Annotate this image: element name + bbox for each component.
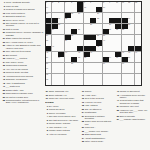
grid-cell[interactable]: 13 bbox=[135, 2, 141, 7]
grid-cell[interactable] bbox=[65, 63, 71, 68]
grid-cell[interactable] bbox=[96, 29, 102, 34]
clue-number: 28 bbox=[81, 120, 85, 125]
cell-number: 39 bbox=[65, 40, 67, 42]
grid-cell[interactable]: 52 bbox=[77, 57, 83, 62]
grid-cell[interactable] bbox=[122, 40, 128, 45]
grid-cell[interactable]: 54 bbox=[109, 57, 115, 62]
clue-item: 9Medium of bossa nova albums bbox=[2, 8, 44, 10]
grid-cell[interactable]: 62 bbox=[46, 74, 52, 79]
clue-number: 57 bbox=[116, 118, 120, 120]
grid-cell[interactable] bbox=[71, 52, 77, 57]
grid-cell[interactable] bbox=[90, 57, 96, 62]
clue-text: ROX where, briefly bbox=[5, 60, 44, 62]
clue-text: Org. for attorneys bbox=[84, 107, 114, 109]
grid-cell[interactable]: 60 bbox=[122, 63, 128, 68]
clue-text: ___ grata cella bbox=[5, 85, 44, 87]
grid-cell[interactable]: 9 bbox=[109, 2, 115, 7]
grid-cell[interactable] bbox=[135, 7, 141, 12]
clue-text: Some naturals, e.g. bbox=[49, 93, 79, 95]
grid-cell[interactable] bbox=[96, 68, 102, 73]
grid-cell[interactable]: 63 bbox=[46, 79, 52, 84]
grid-cell[interactable]: 35 bbox=[71, 35, 77, 40]
clue-text: One who loves comedy here bbox=[49, 115, 79, 117]
clue-number: 32 bbox=[2, 57, 6, 59]
cell-number: 17 bbox=[46, 13, 48, 15]
clue-text: Stars swing most bbox=[84, 133, 114, 135]
grid-cell[interactable]: 5 bbox=[71, 2, 77, 7]
grid-cell[interactable] bbox=[115, 79, 121, 84]
grid-cell[interactable] bbox=[90, 13, 96, 18]
cell-number: 23 bbox=[97, 18, 99, 20]
grid-cell[interactable]: 32 bbox=[115, 29, 121, 34]
clue-item: 34Adjust unsatisfactorily bbox=[81, 137, 115, 139]
clue-item: 32___-known (very sparse) bbox=[81, 130, 115, 132]
grid-cell[interactable] bbox=[109, 68, 115, 73]
grid-cell[interactable] bbox=[103, 18, 109, 23]
grid-cell[interactable] bbox=[122, 68, 128, 73]
cell-number: 50 bbox=[46, 57, 48, 59]
grid-cell[interactable] bbox=[90, 68, 96, 73]
grid-cell[interactable] bbox=[77, 63, 83, 68]
grid-cell[interactable] bbox=[103, 79, 109, 84]
grid-cell[interactable]: 38 bbox=[46, 40, 52, 45]
clue-item: 49___ grata cella bbox=[2, 85, 44, 87]
cell-number: 12 bbox=[128, 2, 130, 4]
cell-number: 25 bbox=[58, 24, 60, 26]
grid-cell[interactable] bbox=[135, 35, 141, 40]
grid-cell[interactable]: 18 bbox=[71, 13, 77, 18]
clue-number: 10 bbox=[81, 90, 85, 92]
grid-cell[interactable] bbox=[135, 24, 141, 29]
grid-cell[interactable] bbox=[96, 2, 102, 7]
clue-item: 9Actor of Hollywood bbox=[45, 132, 79, 134]
grid-cell[interactable] bbox=[58, 63, 64, 68]
grid-cell[interactable] bbox=[84, 24, 90, 29]
grid-cell[interactable] bbox=[65, 24, 71, 29]
clue-number: 9 bbox=[2, 8, 6, 10]
grid-cell[interactable] bbox=[90, 63, 96, 68]
grid-cell[interactable]: 1 bbox=[46, 2, 52, 7]
grid-cell[interactable]: 22 bbox=[65, 18, 71, 23]
clue-number: 42 bbox=[2, 71, 6, 73]
clue-text: One that beloved-or-I the figure bbox=[49, 118, 79, 120]
grid-cell[interactable] bbox=[58, 68, 64, 73]
black-cell bbox=[52, 24, 58, 29]
grid-cell[interactable]: 58 bbox=[71, 63, 77, 68]
cell-number: 13 bbox=[135, 2, 137, 4]
clue-text: Burl doesn't bbox=[5, 53, 44, 55]
grid-cell[interactable] bbox=[109, 35, 115, 40]
grid-cell[interactable]: 11 bbox=[122, 2, 128, 7]
grid-cell[interactable] bbox=[109, 63, 115, 68]
clue-text: Rhinelander's pancake order bbox=[5, 92, 44, 94]
cell-number: 53 bbox=[84, 57, 86, 59]
grid-cell[interactable]: 12 bbox=[128, 2, 134, 7]
grid-cell[interactable] bbox=[103, 74, 109, 79]
grid-cell[interactable] bbox=[135, 57, 141, 62]
grid-cell[interactable] bbox=[58, 29, 64, 34]
cell-number: 52 bbox=[78, 57, 80, 59]
clue-item: 61These say "open but close" bbox=[45, 97, 79, 99]
grid-cell[interactable] bbox=[128, 40, 134, 45]
grid-cell[interactable] bbox=[77, 24, 83, 29]
grid-cell[interactable] bbox=[52, 68, 58, 73]
grid-cell[interactable] bbox=[71, 24, 77, 29]
clue-number: 15 bbox=[2, 18, 6, 20]
grid-cell[interactable] bbox=[71, 74, 77, 79]
clue-text: One musical comedy of 1960 set in German… bbox=[5, 22, 44, 27]
grid-cell[interactable] bbox=[52, 35, 58, 40]
clue-item: 5One that beloved-or-I the figure bbox=[45, 118, 79, 120]
grid-cell[interactable] bbox=[52, 63, 58, 68]
clue-text: "Accounting Clerk" director namely bbox=[119, 93, 149, 98]
grid-cell[interactable] bbox=[58, 46, 64, 51]
grid-cell[interactable]: 21 bbox=[58, 18, 64, 23]
clue-item: 12Over to the heavens bbox=[81, 97, 115, 99]
clue-number: 48 bbox=[2, 81, 6, 83]
grid-cell[interactable]: 55 bbox=[115, 57, 121, 62]
grid-cell[interactable] bbox=[128, 29, 134, 34]
grid-cell[interactable] bbox=[77, 79, 83, 84]
cell-number: 59 bbox=[103, 63, 105, 65]
cell-number: 57 bbox=[46, 63, 48, 65]
grid-cell[interactable]: 19 bbox=[77, 13, 83, 18]
grid-cell[interactable] bbox=[71, 68, 77, 73]
grid-cell[interactable] bbox=[65, 29, 71, 34]
grid-cell[interactable] bbox=[65, 79, 71, 84]
black-cell bbox=[46, 24, 52, 29]
grid-cell[interactable] bbox=[90, 79, 96, 84]
grid-cell[interactable]: 23 bbox=[96, 18, 102, 23]
clue-number: 35 bbox=[2, 64, 6, 66]
grid-cell[interactable] bbox=[58, 35, 64, 40]
grid-cell[interactable] bbox=[135, 18, 141, 23]
clue-item: 471972 hit with a name that sounds like … bbox=[116, 99, 150, 104]
grid-cell[interactable]: 27 bbox=[109, 24, 115, 29]
grid-cell[interactable] bbox=[109, 52, 115, 57]
black-cell bbox=[135, 46, 141, 51]
grid-cell[interactable] bbox=[96, 79, 102, 84]
clue-item: 24Relationship bbox=[81, 111, 115, 113]
clue-text: Danger state: Abbr. bbox=[5, 88, 44, 90]
grid-cell[interactable] bbox=[65, 46, 71, 51]
grid-cell[interactable] bbox=[96, 57, 102, 62]
grid-cell[interactable] bbox=[122, 79, 128, 84]
grid-cell[interactable]: 44 bbox=[65, 52, 71, 57]
clue-text: "How do you do?" bbox=[84, 100, 114, 102]
grid-cell[interactable]: 16 bbox=[103, 7, 109, 12]
cell-number: 60 bbox=[122, 63, 124, 65]
grid-cell[interactable] bbox=[96, 63, 102, 68]
grid-cell[interactable] bbox=[109, 46, 115, 51]
clue-item: 10Glance bbox=[81, 90, 115, 92]
grid-cell[interactable] bbox=[103, 68, 109, 73]
grid-cell[interactable]: 59 bbox=[103, 63, 109, 68]
grid-cell[interactable] bbox=[128, 7, 134, 12]
clue-item: 11"Yeah, sure" bbox=[81, 93, 115, 95]
grid-cell[interactable] bbox=[52, 79, 58, 84]
down-clues-header: DOWN bbox=[45, 101, 78, 104]
grid-cell[interactable] bbox=[103, 13, 109, 18]
clue-number: 33 bbox=[81, 133, 85, 135]
clue-text: Parisian's "Girl" port bbox=[119, 105, 149, 107]
grid-cell[interactable]: 28 bbox=[128, 24, 134, 29]
clue-text: ___-known (very sparse) bbox=[84, 130, 114, 132]
grid-cell[interactable] bbox=[115, 13, 121, 18]
grid-cell[interactable] bbox=[52, 13, 58, 18]
clue-number: 16 bbox=[2, 22, 6, 27]
clue-item: 1Louis Armstrong specialty bbox=[2, 1, 44, 3]
grid-cell[interactable]: 51 bbox=[58, 57, 64, 62]
grid-cell[interactable]: 53 bbox=[84, 57, 90, 62]
clue-text: Away, to Bostonians bbox=[5, 81, 44, 83]
grid-cell[interactable]: 33 bbox=[122, 29, 128, 34]
clue-number: 21 bbox=[2, 37, 6, 39]
grid-cell[interactable]: 30 bbox=[77, 29, 83, 34]
black-cell bbox=[65, 13, 71, 18]
grid-cell[interactable] bbox=[58, 74, 64, 79]
grid-cell[interactable]: 48 bbox=[128, 52, 134, 57]
clue-item: 56Emily's opposite bbox=[116, 114, 150, 116]
grid-cell[interactable] bbox=[115, 40, 121, 45]
grid-cell[interactable]: 47 bbox=[122, 52, 128, 57]
grid-cell[interactable] bbox=[77, 74, 83, 79]
grid-cell[interactable] bbox=[58, 13, 64, 18]
grid-cell[interactable] bbox=[135, 40, 141, 45]
cell-number: 43 bbox=[46, 52, 48, 54]
clue-number: 46 bbox=[116, 93, 120, 98]
grid-cell[interactable]: 50 bbox=[46, 57, 52, 62]
clue-number: 13 bbox=[81, 100, 85, 102]
grid-cell[interactable] bbox=[65, 7, 71, 12]
grid-cell[interactable]: 34 bbox=[46, 35, 52, 40]
grid-cell[interactable] bbox=[115, 63, 121, 68]
cell-number: 47 bbox=[122, 52, 124, 54]
clue-text: Horace's "___ Poetica" bbox=[5, 57, 44, 59]
black-cell bbox=[90, 35, 96, 40]
grid-cell[interactable] bbox=[103, 52, 109, 57]
grid-cell[interactable]: 46 bbox=[90, 52, 96, 57]
grid-cell[interactable] bbox=[109, 40, 115, 45]
grid-cell[interactable]: 14 bbox=[46, 7, 52, 12]
grid-cell[interactable] bbox=[115, 46, 121, 51]
grid-cell[interactable]: 43 bbox=[46, 52, 52, 57]
cell-number: 19 bbox=[78, 13, 80, 15]
grid-cell[interactable] bbox=[135, 74, 141, 79]
grid-cell[interactable] bbox=[128, 79, 134, 84]
grid-cell[interactable] bbox=[109, 13, 115, 18]
grid-cell[interactable] bbox=[109, 79, 115, 84]
grid-cell[interactable] bbox=[58, 79, 64, 84]
grid-cell[interactable] bbox=[96, 24, 102, 29]
grid-cell[interactable] bbox=[84, 63, 90, 68]
grid-cell[interactable]: 2 bbox=[52, 2, 58, 7]
grid-cell[interactable]: 61 bbox=[46, 68, 52, 73]
grid-cell[interactable]: 36 bbox=[96, 35, 102, 40]
grid-cell[interactable]: 8 bbox=[103, 2, 109, 7]
grid-cell[interactable] bbox=[58, 40, 64, 45]
grid-cell[interactable] bbox=[135, 63, 141, 68]
grid-cell[interactable] bbox=[90, 7, 96, 12]
grid-cell[interactable] bbox=[71, 40, 77, 45]
grid-cell[interactable] bbox=[77, 40, 83, 45]
grid-cell[interactable] bbox=[77, 68, 83, 73]
clue-number: 20 bbox=[2, 31, 6, 36]
grid-cell[interactable] bbox=[77, 18, 83, 23]
grid-cell[interactable] bbox=[52, 74, 58, 79]
grid-cell[interactable] bbox=[135, 13, 141, 18]
grid-cell[interactable] bbox=[84, 40, 90, 45]
grid-cell[interactable] bbox=[103, 46, 109, 51]
grid-cell[interactable]: 49 bbox=[135, 52, 141, 57]
clue-item: 1Dry: Prefix bbox=[45, 104, 79, 106]
cell-number: 14 bbox=[46, 7, 48, 9]
grid-cell[interactable]: 42 bbox=[96, 46, 102, 51]
black-cell bbox=[52, 18, 58, 23]
grid-cell[interactable] bbox=[84, 29, 90, 34]
grid-cell[interactable] bbox=[52, 7, 58, 12]
grid-cell[interactable] bbox=[122, 46, 128, 51]
grid-cell[interactable] bbox=[71, 7, 77, 12]
grid-cell[interactable]: 10 bbox=[115, 2, 121, 7]
clue-item: 2Wrong as can be bbox=[45, 108, 79, 110]
cell-number: 18 bbox=[71, 13, 73, 15]
grid-cell[interactable] bbox=[84, 68, 90, 73]
black-cell bbox=[122, 24, 128, 29]
clue-text: These say "open but close" bbox=[49, 97, 79, 99]
bottom-clues-list-3: 40Phrase of agreement46"Accounting Clerk… bbox=[116, 90, 150, 120]
grid-cell[interactable] bbox=[122, 35, 128, 40]
grid-cell[interactable] bbox=[122, 74, 128, 79]
grid-cell[interactable] bbox=[122, 7, 128, 12]
clue-text: Never, never, never bbox=[5, 18, 44, 20]
grid-cell[interactable] bbox=[65, 74, 71, 79]
grid-cell[interactable]: 7 bbox=[90, 2, 96, 7]
grid-cell[interactable] bbox=[135, 79, 141, 84]
grid-cell[interactable]: 4 bbox=[65, 2, 71, 7]
clue-item: 7"The Wrestler," e.g. bbox=[45, 125, 79, 127]
black-cell bbox=[103, 57, 109, 62]
clue-item: 54Parisian's "Girl" port bbox=[116, 105, 150, 107]
clue-item: 35Chairperson's address bbox=[2, 64, 44, 66]
black-cell bbox=[84, 35, 90, 40]
grid-cell[interactable]: 41 bbox=[52, 46, 58, 51]
grid-cell[interactable] bbox=[128, 13, 134, 18]
grid-cell[interactable] bbox=[128, 68, 134, 73]
grid-cell[interactable] bbox=[109, 7, 115, 12]
black-cell bbox=[122, 18, 128, 23]
cell-number: 31 bbox=[109, 29, 111, 31]
grid-cell[interactable] bbox=[122, 13, 128, 18]
cell-number: 9 bbox=[109, 2, 110, 4]
clue-text: Relationship bbox=[84, 111, 114, 113]
clue-number: 29 bbox=[81, 126, 85, 128]
cell-number: 26 bbox=[90, 24, 92, 26]
cell-number: 11 bbox=[122, 2, 124, 4]
clue-item: 22Org. for attorneys bbox=[81, 107, 115, 109]
grid-cell[interactable]: 26 bbox=[90, 24, 96, 29]
cell-number: 22 bbox=[65, 18, 67, 20]
grid-cell[interactable] bbox=[84, 79, 90, 84]
clue-number: 43 bbox=[2, 74, 6, 76]
grid-cell[interactable] bbox=[90, 74, 96, 79]
clue-item: 35Lately calls a library bbox=[81, 140, 115, 142]
grid-cell[interactable] bbox=[71, 79, 77, 84]
grid-cell[interactable] bbox=[71, 18, 77, 23]
black-cell bbox=[109, 18, 115, 23]
grid-cell[interactable] bbox=[52, 40, 58, 45]
grid-cell[interactable]: 24 bbox=[128, 18, 134, 23]
grid-cell[interactable]: 20 bbox=[96, 13, 102, 18]
grid-cell[interactable] bbox=[58, 7, 64, 12]
grid-cell[interactable] bbox=[128, 35, 134, 40]
grid-cell[interactable] bbox=[84, 74, 90, 79]
clue-text: Odds, diamonds, etc. bbox=[49, 90, 79, 92]
grid-cell[interactable] bbox=[96, 74, 102, 79]
clue-text: Phrase of agreement bbox=[119, 90, 149, 92]
black-cell bbox=[77, 2, 83, 7]
grid-cell[interactable] bbox=[115, 74, 121, 79]
grid-cell[interactable]: 37 bbox=[103, 35, 109, 40]
grid-cell[interactable] bbox=[52, 52, 58, 57]
grid-cell[interactable] bbox=[135, 29, 141, 34]
grid-cell[interactable] bbox=[103, 24, 109, 29]
clue-number: 14 bbox=[2, 15, 6, 17]
grid-cell[interactable] bbox=[135, 68, 141, 73]
clue-number: 34 bbox=[81, 137, 85, 139]
grid-cell[interactable] bbox=[128, 74, 134, 79]
grid-cell[interactable]: 6 bbox=[84, 2, 90, 7]
across-clues-list: 1Louis Armstrong specialty5Make do with9… bbox=[2, 1, 44, 104]
grid-cell[interactable] bbox=[84, 18, 90, 23]
grid-cell[interactable] bbox=[84, 13, 90, 18]
grid-cell[interactable]: 57 bbox=[46, 63, 52, 68]
grid-cell[interactable]: 31 bbox=[109, 29, 115, 34]
clue-item: 30They often get trivia packs bbox=[2, 50, 44, 52]
clue-text: "The Wrestler," e.g. bbox=[49, 125, 79, 127]
grid-cell[interactable] bbox=[65, 57, 71, 62]
grid-cell[interactable] bbox=[115, 35, 121, 40]
grid-cell[interactable] bbox=[65, 68, 71, 73]
grid-cell[interactable] bbox=[52, 57, 58, 62]
grid-cell[interactable]: 17 bbox=[46, 13, 52, 18]
grid-cell[interactable]: 45 bbox=[77, 52, 83, 57]
grid-cell[interactable] bbox=[77, 35, 83, 40]
clue-text: Chairperson's address bbox=[5, 64, 44, 66]
clue-number: 13 bbox=[2, 11, 6, 13]
grid-cell[interactable] bbox=[128, 63, 134, 68]
cell-number: 44 bbox=[65, 52, 67, 54]
clue-text: ___-majesté (high treason) bbox=[119, 118, 149, 120]
grid-cell[interactable]: 3 bbox=[58, 2, 64, 7]
grid-cell[interactable] bbox=[109, 74, 115, 79]
clue-text: Searching in October brilliantine bbox=[84, 114, 114, 119]
grid-cell[interactable]: 15 bbox=[84, 7, 90, 12]
grid-cell[interactable]: 56 bbox=[128, 57, 134, 62]
black-cell bbox=[46, 46, 52, 51]
grid-cell[interactable] bbox=[115, 7, 121, 12]
grid-cell[interactable] bbox=[71, 46, 77, 51]
grid-cell[interactable] bbox=[115, 68, 121, 73]
grid-cell[interactable]: 39 bbox=[65, 40, 71, 45]
grid-cell[interactable]: 25 bbox=[58, 24, 64, 29]
grid-cell[interactable] bbox=[96, 52, 102, 57]
clue-text: Over to the heavens bbox=[84, 97, 114, 99]
grid-cell[interactable]: 40 bbox=[103, 40, 109, 45]
grid-cell[interactable] bbox=[90, 40, 96, 45]
grid-cell[interactable] bbox=[90, 29, 96, 34]
grid-cell[interactable]: 29 bbox=[52, 29, 58, 34]
